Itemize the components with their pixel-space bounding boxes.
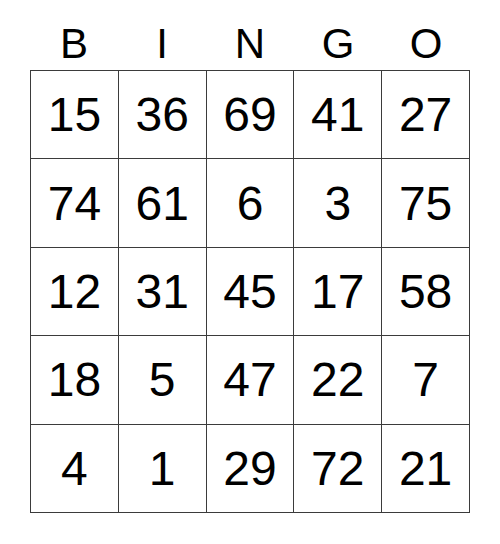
- bingo-cell-r5c5[interactable]: 21: [382, 425, 470, 513]
- bingo-cell-r4c1[interactable]: 18: [31, 336, 119, 424]
- header-letter-n: N: [206, 23, 294, 70]
- bingo-cell-r5c3[interactable]: 29: [207, 425, 295, 513]
- bingo-cell-r3c4[interactable]: 17: [294, 248, 382, 336]
- header-letter-g: G: [294, 23, 382, 70]
- bingo-cell-r3c1[interactable]: 12: [31, 248, 119, 336]
- bingo-cell-r3c3[interactable]: 45: [207, 248, 295, 336]
- bingo-cell-r4c2[interactable]: 5: [119, 336, 207, 424]
- bingo-cell-r1c4[interactable]: 41: [294, 71, 382, 159]
- bingo-cell-r5c2[interactable]: 1: [119, 425, 207, 513]
- bingo-cell-r3c5[interactable]: 58: [382, 248, 470, 336]
- bingo-cell-r5c4[interactable]: 72: [294, 425, 382, 513]
- bingo-cell-r1c1[interactable]: 15: [31, 71, 119, 159]
- bingo-cell-r3c2[interactable]: 31: [119, 248, 207, 336]
- bingo-cell-r2c5[interactable]: 75: [382, 159, 470, 247]
- bingo-cell-r2c2[interactable]: 61: [119, 159, 207, 247]
- header-letter-o: O: [382, 23, 470, 70]
- bingo-cell-r4c5[interactable]: 7: [382, 336, 470, 424]
- bingo-card: B I N G O 15 36 69 41 27 74 61 6 3 75 12…: [30, 0, 470, 513]
- bingo-cell-r2c4[interactable]: 3: [294, 159, 382, 247]
- bingo-cell-r4c4[interactable]: 22: [294, 336, 382, 424]
- bingo-grid: 15 36 69 41 27 74 61 6 3 75 12 31 45 17 …: [30, 70, 470, 513]
- bingo-cell-r2c3[interactable]: 6: [207, 159, 295, 247]
- bingo-header-row: B I N G O: [30, 0, 470, 70]
- header-letter-b: B: [30, 23, 118, 70]
- bingo-cell-r2c1[interactable]: 74: [31, 159, 119, 247]
- bingo-cell-r4c3[interactable]: 47: [207, 336, 295, 424]
- bingo-cell-r1c2[interactable]: 36: [119, 71, 207, 159]
- bingo-cell-r1c5[interactable]: 27: [382, 71, 470, 159]
- bingo-card-page: B I N G O 15 36 69 41 27 74 61 6 3 75 12…: [0, 0, 500, 544]
- bingo-cell-r1c3[interactable]: 69: [207, 71, 295, 159]
- bingo-cell-r5c1[interactable]: 4: [31, 425, 119, 513]
- header-letter-i: I: [118, 23, 206, 70]
